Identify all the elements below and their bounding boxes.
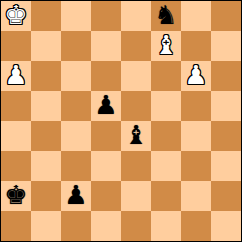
- square-c3[interactable]: [61, 151, 91, 181]
- square-b2[interactable]: [31, 181, 61, 211]
- square-e1[interactable]: [121, 211, 151, 241]
- square-f4[interactable]: [151, 121, 181, 151]
- square-h2[interactable]: [211, 181, 241, 211]
- square-h4[interactable]: [211, 121, 241, 151]
- square-f5[interactable]: [151, 91, 181, 121]
- square-e7[interactable]: [121, 31, 151, 61]
- square-d4[interactable]: [91, 121, 121, 151]
- square-c4[interactable]: [61, 121, 91, 151]
- square-b3[interactable]: [31, 151, 61, 181]
- piece-black-bishop[interactable]: ♝: [124, 122, 147, 148]
- square-a6[interactable]: ♟: [1, 61, 31, 91]
- square-d3[interactable]: [91, 151, 121, 181]
- square-g2[interactable]: [181, 181, 211, 211]
- square-f6[interactable]: [151, 61, 181, 91]
- square-f1[interactable]: [151, 211, 181, 241]
- square-a3[interactable]: [1, 151, 31, 181]
- square-c2[interactable]: ♟: [61, 181, 91, 211]
- square-h5[interactable]: [211, 91, 241, 121]
- square-g8[interactable]: [181, 1, 211, 31]
- piece-black-king[interactable]: ♚: [4, 182, 27, 208]
- piece-white-king[interactable]: ♚: [4, 2, 27, 28]
- square-b7[interactable]: [31, 31, 61, 61]
- square-f8[interactable]: ♞: [151, 1, 181, 31]
- square-f3[interactable]: [151, 151, 181, 181]
- square-g3[interactable]: [181, 151, 211, 181]
- board-wrap: ♚♞♝♟♟♟♝♚♟: [0, 0, 242, 242]
- square-g4[interactable]: [181, 121, 211, 151]
- square-d6[interactable]: [91, 61, 121, 91]
- square-b5[interactable]: [31, 91, 61, 121]
- square-a8[interactable]: ♚: [1, 1, 31, 31]
- square-h6[interactable]: [211, 61, 241, 91]
- square-a7[interactable]: [1, 31, 31, 61]
- square-d2[interactable]: [91, 181, 121, 211]
- square-e5[interactable]: [121, 91, 151, 121]
- square-h3[interactable]: [211, 151, 241, 181]
- square-b4[interactable]: [31, 121, 61, 151]
- square-c1[interactable]: [61, 211, 91, 241]
- piece-white-pawn[interactable]: ♟: [184, 62, 207, 88]
- square-a4[interactable]: [1, 121, 31, 151]
- square-g7[interactable]: [181, 31, 211, 61]
- square-d5[interactable]: ♟: [91, 91, 121, 121]
- square-b1[interactable]: [31, 211, 61, 241]
- square-e4[interactable]: ♝: [121, 121, 151, 151]
- square-b8[interactable]: [31, 1, 61, 31]
- square-d7[interactable]: [91, 31, 121, 61]
- square-e8[interactable]: [121, 1, 151, 31]
- square-h8[interactable]: [211, 1, 241, 31]
- square-c6[interactable]: [61, 61, 91, 91]
- square-f2[interactable]: [151, 181, 181, 211]
- square-g1[interactable]: [181, 211, 211, 241]
- square-e2[interactable]: [121, 181, 151, 211]
- square-b6[interactable]: [31, 61, 61, 91]
- square-h7[interactable]: [211, 31, 241, 61]
- square-c5[interactable]: [61, 91, 91, 121]
- square-c7[interactable]: [61, 31, 91, 61]
- chess-board: ♚♞♝♟♟♟♝♚♟: [0, 0, 242, 242]
- square-g6[interactable]: ♟: [181, 61, 211, 91]
- square-a1[interactable]: [1, 211, 31, 241]
- piece-black-pawn[interactable]: ♟: [64, 182, 87, 208]
- square-a5[interactable]: [1, 91, 31, 121]
- square-c8[interactable]: [61, 1, 91, 31]
- square-f7[interactable]: ♝: [151, 31, 181, 61]
- square-a2[interactable]: ♚: [1, 181, 31, 211]
- square-d1[interactable]: [91, 211, 121, 241]
- piece-black-knight[interactable]: ♞: [154, 2, 177, 28]
- piece-white-pawn[interactable]: ♟: [4, 62, 27, 88]
- square-d8[interactable]: [91, 1, 121, 31]
- square-e6[interactable]: [121, 61, 151, 91]
- square-g5[interactable]: [181, 91, 211, 121]
- piece-white-bishop[interactable]: ♝: [154, 32, 177, 58]
- piece-black-pawn[interactable]: ♟: [94, 92, 117, 118]
- square-h1[interactable]: [211, 211, 241, 241]
- square-e3[interactable]: [121, 151, 151, 181]
